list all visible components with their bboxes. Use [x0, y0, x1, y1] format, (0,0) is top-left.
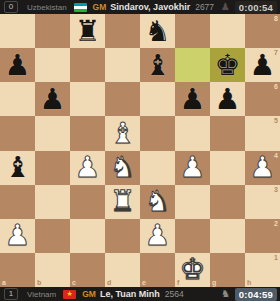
- square-d3[interactable]: ♜: [105, 185, 140, 219]
- bottom-player-name[interactable]: Le, Tuan Minh: [100, 289, 160, 299]
- black-bishop[interactable]: ♝: [140, 48, 175, 82]
- square-h5[interactable]: 5: [245, 116, 280, 150]
- square-e3[interactable]: ♞: [140, 185, 175, 219]
- uzbekistan-flag: [74, 3, 87, 12]
- black-rook[interactable]: ♜: [70, 14, 105, 48]
- pawn-icon: ♟: [221, 0, 230, 14]
- bottom-player-bar: 1 Vietnam GM Le, Tuan Minh 2564 ♞ 0:04:5…: [0, 287, 280, 301]
- white-pawn[interactable]: ♟: [140, 219, 175, 253]
- square-e1[interactable]: e: [140, 253, 175, 287]
- square-f2[interactable]: [175, 219, 210, 253]
- file-label-d: d: [107, 279, 111, 286]
- square-f3[interactable]: [175, 185, 210, 219]
- black-pawn[interactable]: ♟: [175, 82, 210, 116]
- black-pawn[interactable]: ♟: [210, 82, 245, 116]
- top-player-clock: 0:00:54: [235, 1, 277, 14]
- square-a6[interactable]: [0, 82, 35, 116]
- square-a3[interactable]: [0, 185, 35, 219]
- rank-label-2: 2: [274, 220, 278, 227]
- rank-label-6: 6: [274, 83, 278, 90]
- white-pawn[interactable]: ♟: [0, 219, 35, 253]
- bottom-player-federation: Vietnam: [27, 290, 56, 299]
- file-label-f: f: [177, 279, 179, 286]
- file-label-h: h: [247, 279, 251, 286]
- square-g6[interactable]: ♟: [210, 82, 245, 116]
- file-label-g: g: [212, 279, 216, 286]
- square-h6[interactable]: 6: [245, 82, 280, 116]
- square-d8[interactable]: [105, 14, 140, 48]
- square-f5[interactable]: [175, 116, 210, 150]
- square-a1[interactable]: a: [0, 253, 35, 287]
- square-e8[interactable]: ♞: [140, 14, 175, 48]
- square-g1[interactable]: g: [210, 253, 245, 287]
- square-c8[interactable]: ♜: [70, 14, 105, 48]
- square-b3[interactable]: [35, 185, 70, 219]
- white-bishop[interactable]: ♝: [105, 116, 140, 150]
- square-d1[interactable]: d: [105, 253, 140, 287]
- square-c1[interactable]: c: [70, 253, 105, 287]
- white-knight[interactable]: ♞: [105, 151, 140, 185]
- square-h3[interactable]: 3: [245, 185, 280, 219]
- square-d4[interactable]: ♞: [105, 151, 140, 185]
- file-label-b: b: [37, 279, 41, 286]
- square-b6[interactable]: ♟: [35, 82, 70, 116]
- white-king[interactable]: ♚: [175, 253, 210, 287]
- square-g5[interactable]: [210, 116, 245, 150]
- bottom-player-clock: 0:04:59: [235, 288, 277, 301]
- file-label-a: a: [2, 279, 6, 286]
- square-d5[interactable]: ♝: [105, 116, 140, 150]
- square-h7[interactable]: ♟7: [245, 48, 280, 82]
- square-d2[interactable]: [105, 219, 140, 253]
- square-g2[interactable]: [210, 219, 245, 253]
- square-f8[interactable]: [175, 14, 210, 48]
- top-player-score: 0: [4, 1, 18, 13]
- top-player-title: GM: [93, 2, 107, 12]
- square-h8[interactable]: 8: [245, 14, 280, 48]
- square-d7[interactable]: [105, 48, 140, 82]
- square-c2[interactable]: [70, 219, 105, 253]
- file-label-e: e: [142, 279, 146, 286]
- square-h1[interactable]: h1: [245, 253, 280, 287]
- knight-icon: ♞: [221, 287, 230, 301]
- square-a7[interactable]: ♟: [0, 48, 35, 82]
- top-player-rating: 2677: [195, 2, 214, 12]
- square-f6[interactable]: ♟: [175, 82, 210, 116]
- square-a5[interactable]: [0, 116, 35, 150]
- rank-label-1: 1: [274, 254, 278, 261]
- rank-label-3: 3: [274, 186, 278, 193]
- square-b1[interactable]: b: [35, 253, 70, 287]
- square-c3[interactable]: [70, 185, 105, 219]
- square-e6[interactable]: [140, 82, 175, 116]
- bottom-player-rating: 2564: [165, 289, 184, 299]
- square-b5[interactable]: [35, 116, 70, 150]
- square-e2[interactable]: ♟: [140, 219, 175, 253]
- square-b7[interactable]: [35, 48, 70, 82]
- rank-label-7: 7: [274, 49, 278, 56]
- square-g4[interactable]: [210, 151, 245, 185]
- top-player-name[interactable]: Sindarov, Javokhir: [110, 2, 190, 12]
- square-c7[interactable]: [70, 48, 105, 82]
- top-player-federation: Uzbekistan: [27, 3, 67, 12]
- square-f4[interactable]: ♟: [175, 151, 210, 185]
- white-pawn[interactable]: ♟: [175, 151, 210, 185]
- square-c4[interactable]: ♟: [70, 151, 105, 185]
- square-g3[interactable]: [210, 185, 245, 219]
- square-e7[interactable]: ♝: [140, 48, 175, 82]
- square-a2[interactable]: ♟: [0, 219, 35, 253]
- file-label-c: c: [72, 279, 76, 286]
- bottom-player-title: GM: [82, 289, 96, 299]
- square-h4[interactable]: ♟4: [245, 151, 280, 185]
- black-pawn[interactable]: ♟: [0, 48, 35, 82]
- square-h2[interactable]: 2: [245, 219, 280, 253]
- rank-label-4: 4: [274, 152, 278, 159]
- white-pawn[interactable]: ♟: [70, 151, 105, 185]
- square-b2[interactable]: [35, 219, 70, 253]
- square-e4[interactable]: [140, 151, 175, 185]
- white-rook[interactable]: ♜: [105, 185, 140, 219]
- rank-label-8: 8: [274, 15, 278, 22]
- black-bishop[interactable]: ♝: [0, 151, 35, 185]
- square-g8[interactable]: [210, 14, 245, 48]
- square-b8[interactable]: [35, 14, 70, 48]
- bottom-player-score: 1: [4, 288, 18, 300]
- square-d6[interactable]: [105, 82, 140, 116]
- square-f7[interactable]: [175, 48, 210, 82]
- top-player-bar: 0 Uzbekistan GM Sindarov, Javokhir 2677 …: [0, 0, 280, 14]
- black-knight[interactable]: ♞: [140, 14, 175, 48]
- square-f1[interactable]: ♚f: [175, 253, 210, 287]
- square-g7[interactable]: ♚: [210, 48, 245, 82]
- square-c5[interactable]: [70, 116, 105, 150]
- square-e5[interactable]: [140, 116, 175, 150]
- chess-broadcast-window: 0 Uzbekistan GM Sindarov, Javokhir 2677 …: [0, 0, 280, 301]
- square-a8[interactable]: [0, 14, 35, 48]
- square-a4[interactable]: ♝: [0, 151, 35, 185]
- black-pawn[interactable]: ♟: [35, 82, 70, 116]
- white-knight[interactable]: ♞: [140, 185, 175, 219]
- rank-label-5: 5: [274, 117, 278, 124]
- square-b4[interactable]: [35, 151, 70, 185]
- vietnam-flag: [63, 290, 76, 299]
- chess-board: ♜♞8♟♝♚♟7♟♟♟6♝5♝♟♞♟♟4♜♞3♟♟2abcde♚fgh1: [0, 14, 280, 287]
- square-c6[interactable]: [70, 82, 105, 116]
- black-king[interactable]: ♚: [210, 48, 245, 82]
